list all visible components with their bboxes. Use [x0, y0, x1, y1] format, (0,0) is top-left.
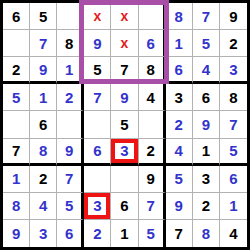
- cell-r2c5[interactable]: x: [111, 30, 138, 57]
- cell-r4c7[interactable]: 3: [166, 84, 193, 111]
- cell-r8c7[interactable]: 9: [166, 193, 193, 220]
- cell-r5c7[interactable]: 2: [166, 111, 193, 138]
- cell-r5c8[interactable]: 9: [193, 111, 220, 138]
- cell-r9c7[interactable]: 7: [166, 220, 193, 247]
- cell-r9c5[interactable]: 1: [111, 220, 138, 247]
- cell-r2c1[interactable]: [3, 30, 30, 57]
- cell-r7c5[interactable]: [111, 166, 138, 193]
- cell-r7c3[interactable]: 7: [57, 166, 84, 193]
- cell-r6c6[interactable]: 2: [139, 139, 166, 166]
- cell-r8c8[interactable]: 2: [193, 193, 220, 220]
- cell-r3c2[interactable]: 9: [30, 57, 57, 84]
- cell-r8c3[interactable]: 5: [57, 193, 84, 220]
- cell-r4c9[interactable]: 8: [220, 84, 247, 111]
- cell-r7c1[interactable]: 1: [3, 166, 30, 193]
- cell-r5c2[interactable]: 6: [30, 111, 57, 138]
- cell-r6c2[interactable]: 8: [30, 139, 57, 166]
- cell-r4c4[interactable]: 7: [84, 84, 111, 111]
- cell-r7c4[interactable]: [84, 166, 111, 193]
- cell-r6c8[interactable]: 1: [193, 139, 220, 166]
- cell-r7c9[interactable]: 6: [220, 166, 247, 193]
- cell-r3c7[interactable]: 6: [166, 57, 193, 84]
- cell-r2c6[interactable]: 6: [139, 30, 166, 57]
- cell-r6c4[interactable]: 6: [84, 139, 111, 166]
- cell-r4c2[interactable]: 1: [30, 84, 57, 111]
- cell-r2c2[interactable]: 7: [30, 30, 57, 57]
- cell-r4c1[interactable]: 5: [3, 84, 30, 111]
- cell-r1c5[interactable]: x: [111, 3, 138, 30]
- cell-r4c6[interactable]: 4: [139, 84, 166, 111]
- cell-r9c4[interactable]: 2: [84, 220, 111, 247]
- cell-r2c7[interactable]: 1: [166, 30, 193, 57]
- cell-r9c8[interactable]: 8: [193, 220, 220, 247]
- cell-r7c2[interactable]: 2: [30, 166, 57, 193]
- cell-r8c5[interactable]: 6: [111, 193, 138, 220]
- cell-r1c6[interactable]: [139, 3, 166, 30]
- cell-r2c3[interactable]: 8: [57, 30, 84, 57]
- cell-r7c6[interactable]: 9: [139, 166, 166, 193]
- cell-r9c6[interactable]: 5: [139, 220, 166, 247]
- cell-r4c8[interactable]: 6: [193, 84, 220, 111]
- cell-r9c3[interactable]: 6: [57, 220, 84, 247]
- cell-r7c7[interactable]: 5: [166, 166, 193, 193]
- cell-r8c4[interactable]: 3: [84, 193, 111, 220]
- cell-r6c9[interactable]: 5: [220, 139, 247, 166]
- cell-r1c1[interactable]: 6: [3, 3, 30, 30]
- cell-r2c8[interactable]: 5: [193, 30, 220, 57]
- cell-r5c9[interactable]: 7: [220, 111, 247, 138]
- cell-r9c2[interactable]: 3: [30, 220, 57, 247]
- cell-r1c2[interactable]: 5: [30, 3, 57, 30]
- cell-r7c8[interactable]: 3: [193, 166, 220, 193]
- cell-r6c5[interactable]: 3: [111, 139, 138, 166]
- cell-r9c9[interactable]: 4: [220, 220, 247, 247]
- cell-r6c7[interactable]: 4: [166, 139, 193, 166]
- cell-r8c9[interactable]: 1: [220, 193, 247, 220]
- cell-r8c6[interactable]: 7: [139, 193, 166, 220]
- cell-r3c3[interactable]: 1: [57, 57, 84, 84]
- cell-r8c1[interactable]: 8: [3, 193, 30, 220]
- sudoku-board: 65xx879789x61522915786435127943686529778…: [0, 0, 250, 250]
- cell-r4c3[interactable]: 2: [57, 84, 84, 111]
- cell-r1c9[interactable]: 9: [220, 3, 247, 30]
- cell-r9c1[interactable]: 9: [3, 220, 30, 247]
- cell-r5c3[interactable]: [57, 111, 84, 138]
- cell-r5c1[interactable]: [3, 111, 30, 138]
- cell-r6c1[interactable]: 7: [3, 139, 30, 166]
- cell-r5c4[interactable]: [84, 111, 111, 138]
- cell-r3c9[interactable]: 3: [220, 57, 247, 84]
- cell-r5c5[interactable]: 5: [111, 111, 138, 138]
- cell-r1c8[interactable]: 7: [193, 3, 220, 30]
- cell-r5c6[interactable]: [139, 111, 166, 138]
- cell-r3c1[interactable]: 2: [3, 57, 30, 84]
- cell-r6c3[interactable]: 9: [57, 139, 84, 166]
- cell-r1c7[interactable]: 8: [166, 3, 193, 30]
- sudoku-grid: 65xx879789x61522915786435127943686529778…: [0, 0, 250, 250]
- cell-r2c9[interactable]: 2: [220, 30, 247, 57]
- cell-r3c5[interactable]: 7: [111, 57, 138, 84]
- cell-r3c6[interactable]: 8: [139, 57, 166, 84]
- cell-r3c4[interactable]: 5: [84, 57, 111, 84]
- cell-r1c4[interactable]: x: [84, 3, 111, 30]
- cell-r1c3[interactable]: [57, 3, 84, 30]
- cell-r3c8[interactable]: 4: [193, 57, 220, 84]
- cell-r8c2[interactable]: 4: [30, 193, 57, 220]
- cell-r2c4[interactable]: 9: [84, 30, 111, 57]
- cell-r4c5[interactable]: 9: [111, 84, 138, 111]
